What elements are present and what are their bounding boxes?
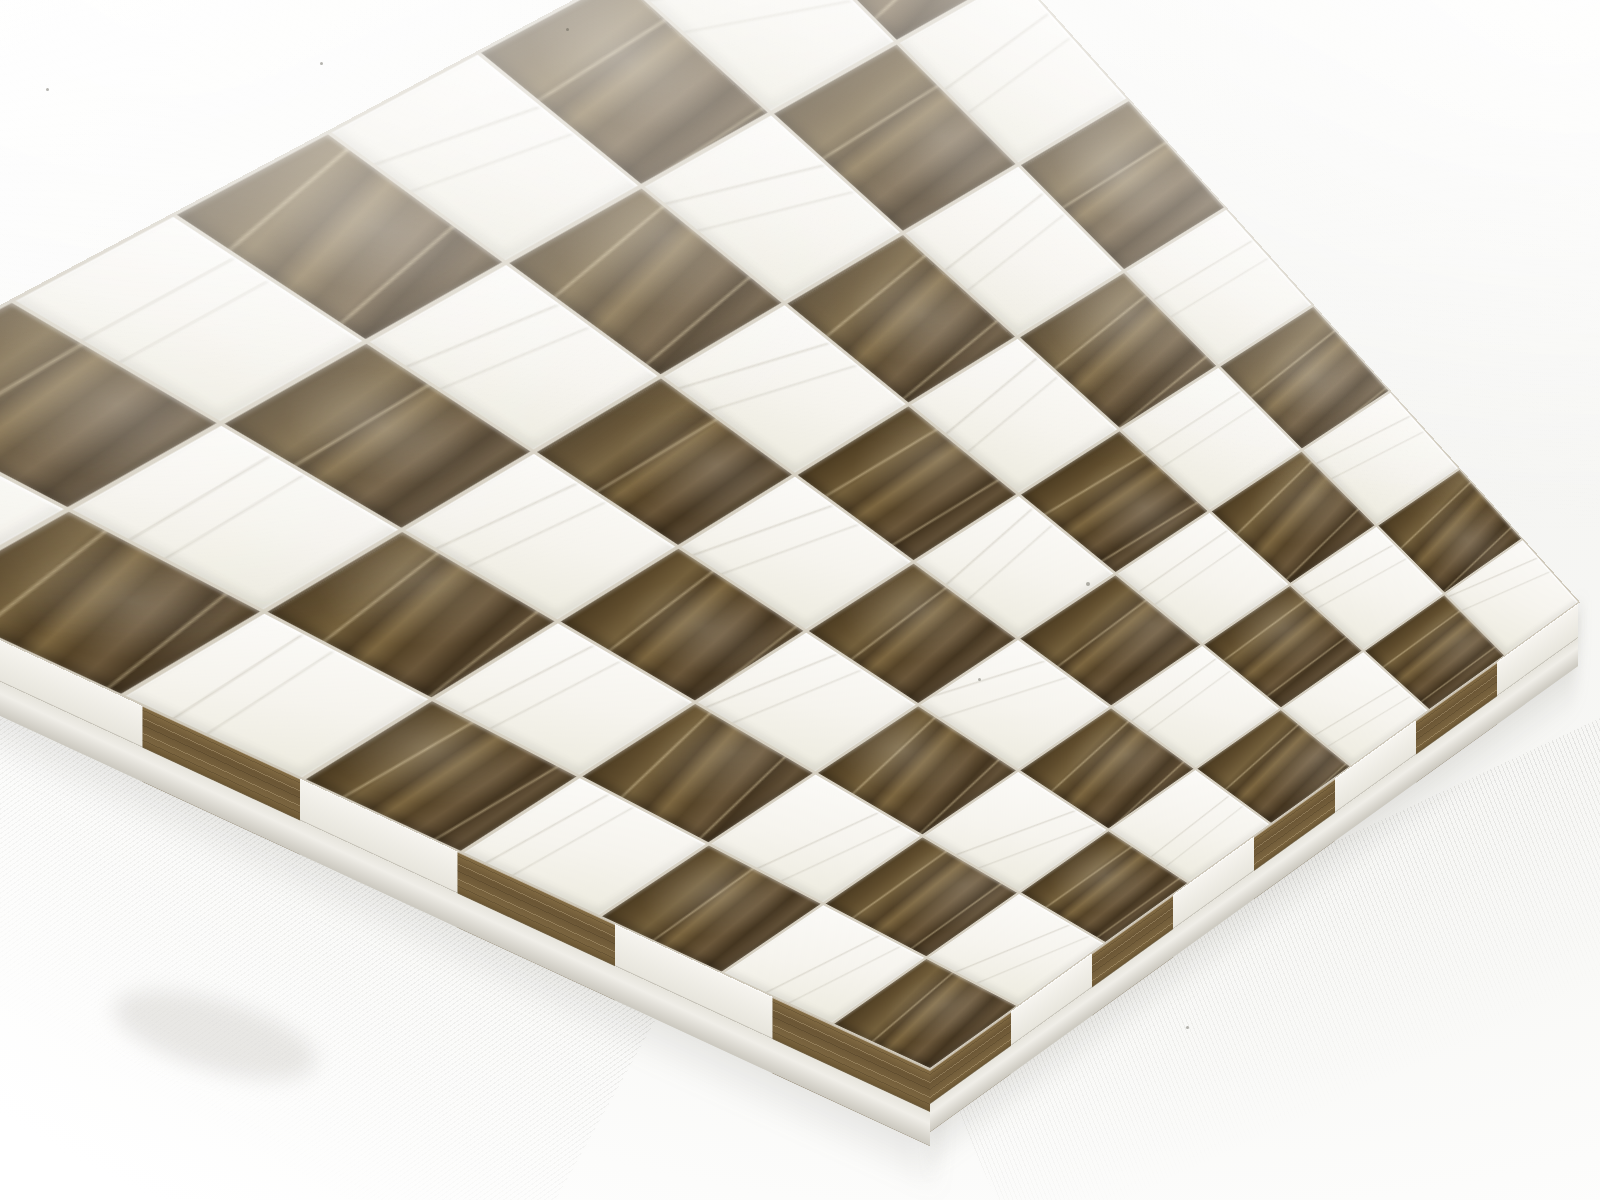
board-photo (0, 0, 1600, 1200)
fabric-smudge (104, 972, 325, 1097)
dust-speck (320, 62, 323, 65)
dust-speck (1186, 1026, 1189, 1029)
dust-speck (46, 88, 49, 91)
chessboard (0, 0, 1578, 1068)
